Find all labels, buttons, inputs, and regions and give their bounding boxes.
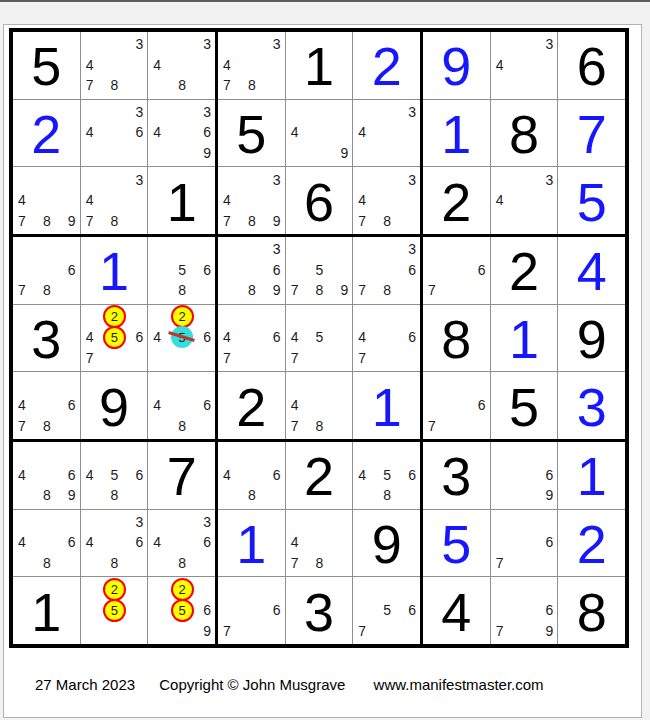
candidate-8: 8 — [248, 282, 256, 298]
candidate-7: 7 — [291, 418, 299, 434]
cell-r8c8[interactable]: 67 — [491, 510, 558, 577]
candidate-4: 4 — [291, 329, 299, 345]
cell-value: 2 — [372, 37, 402, 93]
pencil-marks: 679 — [491, 577, 558, 644]
footer-copyright: Copyright © John Musgrave — [159, 676, 345, 693]
candidate-4: 4 — [291, 534, 299, 550]
candidate-4: 4 — [496, 57, 504, 73]
pencil-marks: 568 — [148, 237, 215, 304]
candidate-8: 8 — [248, 77, 256, 93]
candidate-3: 3 — [546, 36, 554, 52]
cell-r6c1[interactable]: 4678 — [13, 372, 80, 439]
cell-r6c4[interactable]: 2 — [218, 372, 285, 439]
cell-r1c7[interactable]: 9 — [423, 32, 490, 99]
cell-r4c9[interactable]: 4 — [558, 237, 625, 304]
box-4: 6781568324567245646789468 — [13, 237, 215, 439]
cell-r7c2[interactable]: 4568 — [81, 442, 148, 509]
candidate-2: 2 — [103, 578, 126, 601]
pencil-marks: 34 — [353, 100, 420, 167]
candidate-6: 6 — [136, 124, 144, 140]
candidate-7: 7 — [86, 213, 94, 229]
candidate-6: 6 — [136, 534, 144, 550]
cell-value: 1 — [577, 447, 607, 503]
cell-r7c7[interactable]: 3 — [423, 442, 490, 509]
cell-r6c5[interactable]: 478 — [286, 372, 353, 439]
candidate-3: 3 — [203, 514, 211, 530]
pencil-marks: 467 — [218, 305, 285, 372]
pencil-marks: 5789 — [286, 237, 353, 304]
cell-r6c2[interactable]: 9 — [81, 372, 148, 439]
pencil-marks: 69 — [491, 442, 558, 509]
candidate-6: 6 — [478, 397, 486, 413]
candidate-9: 9 — [203, 145, 211, 161]
cell-r6c7[interactable]: 67 — [423, 372, 490, 439]
candidate-4: 4 — [18, 534, 26, 550]
cell-r3c5[interactable]: 6 — [286, 167, 353, 234]
candidate-4: 4 — [358, 192, 366, 208]
pencil-marks: 478 — [286, 372, 353, 439]
cell-r2c7[interactable]: 1 — [423, 100, 490, 167]
candidate-7: 7 — [223, 213, 231, 229]
candidate-5: 5 — [383, 602, 391, 618]
candidate-8: 8 — [43, 418, 51, 434]
candidate-4: 4 — [86, 57, 94, 73]
candidate-7: 7 — [86, 350, 94, 366]
candidate-8: 8 — [178, 282, 186, 298]
candidate-5: 5 — [383, 467, 391, 483]
cell-r8c9[interactable]: 2 — [558, 510, 625, 577]
cell-r8c5[interactable]: 478 — [286, 510, 353, 577]
candidate-5: 5 — [316, 329, 324, 345]
cell-r3c7[interactable]: 2 — [423, 167, 490, 234]
candidate-6: 6 — [273, 602, 281, 618]
cell-r3c9[interactable]: 5 — [558, 167, 625, 234]
cell-r4c8[interactable]: 2 — [491, 237, 558, 304]
candidate-4: 4 — [153, 124, 161, 140]
candidate-4: 4 — [153, 534, 161, 550]
cell-r7c4[interactable]: 468 — [218, 442, 285, 509]
candidate-4: 4 — [223, 329, 231, 345]
cell-value: 1 — [509, 310, 539, 366]
candidate-6: 6 — [273, 467, 281, 483]
cell-r1c5[interactable]: 1 — [286, 32, 353, 99]
candidate-6: 6 — [546, 602, 554, 618]
candidate-7: 7 — [358, 350, 366, 366]
cell-r2c4[interactable]: 5 — [218, 100, 285, 167]
candidate-7: 7 — [18, 418, 26, 434]
candidate-7: 7 — [428, 418, 436, 434]
cell-r9c9[interactable]: 8 — [558, 577, 625, 644]
candidate-9: 9 — [546, 623, 554, 639]
candidate-8: 8 — [111, 213, 119, 229]
pencil-marks: 2456 — [148, 305, 215, 372]
sudoku-board: 5347834823463469478934781347812549343478… — [9, 28, 629, 648]
cell-r9c7[interactable]: 4 — [423, 577, 490, 644]
candidate-4: 4 — [223, 192, 231, 208]
candidate-3: 3 — [136, 36, 144, 52]
cell-r3c2[interactable]: 3478 — [81, 167, 148, 234]
footer-website: www.manifestmaster.com — [374, 676, 544, 693]
pencil-marks: 34789 — [218, 167, 285, 234]
candidate-4: 4 — [358, 329, 366, 345]
candidate-8: 8 — [178, 555, 186, 571]
pencil-marks: 34 — [491, 32, 558, 99]
candidate-6: 6 — [136, 467, 144, 483]
cell-r9c2[interactable]: 25 — [81, 577, 148, 644]
cell-value: 1 — [372, 378, 402, 434]
cell-value: 5 — [441, 515, 471, 571]
candidate-9: 9 — [546, 487, 554, 503]
cell-r5c4[interactable]: 467 — [218, 305, 285, 372]
pencil-marks: 24567 — [81, 305, 148, 372]
candidate-8: 8 — [383, 282, 391, 298]
candidate-8: 8 — [43, 213, 51, 229]
candidate-7: 7 — [358, 213, 366, 229]
cell-r9c5[interactable]: 3 — [286, 577, 353, 644]
cell-value: 1 — [304, 37, 334, 93]
cell-value: 2 — [304, 447, 334, 503]
pencil-marks: 567 — [353, 577, 420, 644]
candidate-7: 7 — [496, 555, 504, 571]
cell-r2c1[interactable]: 2 — [13, 100, 80, 167]
cell-r3c1[interactable]: 4789 — [13, 167, 80, 234]
cell-value: 2 — [509, 242, 539, 298]
candidate-4: 4 — [18, 467, 26, 483]
cell-r5c7[interactable]: 8 — [423, 305, 490, 372]
cell-r3c8[interactable]: 34 — [491, 167, 558, 234]
cell-r4c5[interactable]: 5789 — [286, 237, 353, 304]
candidate-8: 8 — [111, 487, 119, 503]
candidate-6: 6 — [203, 602, 211, 618]
pencil-marks: 4689 — [13, 442, 80, 509]
cell-r2c3[interactable]: 3469 — [148, 100, 215, 167]
cell-value: 4 — [577, 242, 607, 298]
candidate-6: 6 — [408, 467, 416, 483]
pencil-marks: 3678 — [353, 237, 420, 304]
candidate-8: 8 — [316, 418, 324, 434]
pencil-marks: 3689 — [218, 237, 285, 304]
candidate-6: 6 — [273, 329, 281, 345]
pencil-marks: 3468 — [81, 510, 148, 577]
cell-r7c5[interactable]: 2 — [286, 442, 353, 509]
candidate-8: 8 — [178, 77, 186, 93]
candidate-4: 4 — [358, 467, 366, 483]
cell-value: 6 — [304, 173, 334, 229]
candidate-7: 7 — [223, 77, 231, 93]
candidate-6: 6 — [546, 467, 554, 483]
candidate-7: 7 — [291, 350, 299, 366]
cell-r6c3[interactable]: 468 — [148, 372, 215, 439]
cell-value: 1 — [31, 583, 61, 639]
pencil-marks: 678 — [13, 237, 80, 304]
candidate-6: 6 — [68, 534, 76, 550]
pencil-marks: 467 — [353, 305, 420, 372]
cell-value: 1 — [167, 173, 197, 229]
cell-r6c6[interactable]: 1 — [353, 372, 420, 439]
cell-value: 8 — [441, 310, 471, 366]
candidate-4: 4 — [153, 397, 161, 413]
pencil-marks: 67 — [423, 372, 490, 439]
pencil-marks: 348 — [148, 32, 215, 99]
cell-r1c6[interactable]: 2 — [353, 32, 420, 99]
cell-r6c8[interactable]: 5 — [491, 372, 558, 439]
box-8: 4682456814789673567 — [218, 442, 420, 644]
cell-r4c7[interactable]: 67 — [423, 237, 490, 304]
cell-r1c4[interactable]: 3478 — [218, 32, 285, 99]
candidate-8: 8 — [248, 487, 256, 503]
pencil-marks: 3478 — [218, 32, 285, 99]
cell-r8c1[interactable]: 468 — [13, 510, 80, 577]
cell-r9c4[interactable]: 67 — [218, 577, 285, 644]
cell-r1c9[interactable]: 6 — [558, 32, 625, 99]
candidate-8: 8 — [111, 555, 119, 571]
candidate-8: 8 — [316, 282, 324, 298]
pencil-marks: 3478 — [353, 167, 420, 234]
cell-r1c2[interactable]: 3478 — [81, 32, 148, 99]
pencil-marks: 3469 — [148, 100, 215, 167]
cell-r8c4[interactable]: 1 — [218, 510, 285, 577]
candidate-6: 6 — [203, 124, 211, 140]
cell-value: 2 — [236, 378, 266, 434]
candidate-3: 3 — [408, 172, 416, 188]
candidate-2: 2 — [171, 578, 194, 601]
pencil-marks: 4789 — [13, 167, 80, 234]
cell-value: 2 — [31, 105, 61, 161]
candidate-5: 5 — [178, 262, 186, 278]
candidate-3: 3 — [273, 241, 281, 257]
cell-value: 1 — [441, 105, 471, 161]
candidate-6: 6 — [408, 329, 416, 345]
box-3: 93461872345 — [423, 32, 625, 234]
candidate-4: 4 — [86, 534, 94, 550]
cell-value: 9 — [577, 310, 607, 366]
candidate-9: 9 — [341, 145, 349, 161]
candidate-9: 9 — [341, 282, 349, 298]
cell-r4c4[interactable]: 3689 — [218, 237, 285, 304]
cell-r1c3[interactable]: 348 — [148, 32, 215, 99]
cell-value: 7 — [577, 105, 607, 161]
cell-r5c9[interactable]: 9 — [558, 305, 625, 372]
candidate-7: 7 — [291, 282, 299, 298]
cell-value: 3 — [441, 447, 471, 503]
cell-value: 5 — [236, 105, 266, 161]
candidate-6: 6 — [68, 262, 76, 278]
cell-value: 9 — [372, 515, 402, 571]
cell-value: 6 — [577, 37, 607, 93]
cell-r8c6[interactable]: 9 — [353, 510, 420, 577]
candidate-4: 4 — [18, 397, 26, 413]
pencil-marks: 468 — [13, 510, 80, 577]
cell-r8c3[interactable]: 3468 — [148, 510, 215, 577]
cell-r8c2[interactable]: 3468 — [81, 510, 148, 577]
candidate-3: 3 — [273, 36, 281, 52]
candidate-6: 6 — [203, 534, 211, 550]
cell-r7c6[interactable]: 4568 — [353, 442, 420, 509]
candidate-7: 7 — [358, 623, 366, 639]
cell-r4c3[interactable]: 568 — [148, 237, 215, 304]
cell-r2c8[interactable]: 8 — [491, 100, 558, 167]
candidate-6: 6 — [68, 397, 76, 413]
candidate-4: 4 — [496, 192, 504, 208]
pencil-marks: 468 — [148, 372, 215, 439]
pencil-marks: 3468 — [148, 510, 215, 577]
pencil-marks: 34 — [491, 167, 558, 234]
cell-r5c1[interactable]: 3 — [13, 305, 80, 372]
candidate-8: 8 — [178, 418, 186, 434]
candidate-8: 8 — [383, 487, 391, 503]
candidate-4: 4 — [153, 329, 161, 345]
candidate-6: 6 — [408, 262, 416, 278]
cell-r2c2[interactable]: 346 — [81, 100, 148, 167]
candidate-7: 7 — [18, 213, 26, 229]
cell-r1c1[interactable]: 5 — [13, 32, 80, 99]
candidate-3: 3 — [136, 104, 144, 120]
candidate-7: 7 — [18, 282, 26, 298]
cell-value: 9 — [441, 37, 471, 93]
candidate-2: 2 — [171, 305, 194, 328]
cell-value: 5 — [577, 173, 607, 229]
cell-r2c5[interactable]: 49 — [286, 100, 353, 167]
footer: 27 March 2023 Copyright © John Musgrave … — [35, 676, 544, 693]
candidate-9: 9 — [68, 213, 76, 229]
cell-r7c8[interactable]: 69 — [491, 442, 558, 509]
box-5: 36895789367846745746724781 — [218, 237, 420, 439]
candidate-7: 7 — [86, 77, 94, 93]
box-1: 5347834823463469478934781 — [13, 32, 215, 234]
cell-r8c7[interactable]: 5 — [423, 510, 490, 577]
pencil-marks: 468 — [218, 442, 285, 509]
candidate-4: 4 — [86, 192, 94, 208]
candidate-8: 8 — [43, 487, 51, 503]
cell-r9c8[interactable]: 679 — [491, 577, 558, 644]
pencil-marks: 67 — [423, 237, 490, 304]
candidate-8: 8 — [43, 282, 51, 298]
candidate-7: 7 — [223, 623, 231, 639]
box-6: 67248196753 — [423, 237, 625, 439]
cell-value: 9 — [99, 378, 129, 434]
pencil-marks: 2569 — [148, 577, 215, 644]
candidate-4: 4 — [291, 397, 299, 413]
cell-r4c6[interactable]: 3678 — [353, 237, 420, 304]
browser-chrome-strip — [0, 0, 650, 2]
pencil-marks: 25 — [81, 577, 148, 644]
candidate-7: 7 — [223, 350, 231, 366]
candidate-5: 5 — [103, 599, 126, 622]
candidate-4: 4 — [86, 467, 94, 483]
candidate-4: 4 — [223, 467, 231, 483]
pencil-marks: 346 — [81, 100, 148, 167]
cell-r5c2[interactable]: 24567 — [81, 305, 148, 372]
box-2: 347812549343478963478 — [218, 32, 420, 234]
candidate-8: 8 — [316, 555, 324, 571]
candidate-3: 3 — [203, 104, 211, 120]
pencil-marks: 4678 — [13, 372, 80, 439]
cell-value: 8 — [577, 583, 607, 639]
cell-r3c3[interactable]: 1 — [148, 167, 215, 234]
cell-value: 2 — [441, 173, 471, 229]
cell-value: 1 — [99, 242, 129, 298]
candidate-5: 5 — [103, 326, 126, 349]
pencil-marks: 4568 — [353, 442, 420, 509]
cell-r9c1[interactable]: 1 — [13, 577, 80, 644]
candidate-8: 8 — [248, 213, 256, 229]
cell-r1c8[interactable]: 34 — [491, 32, 558, 99]
cell-r5c8[interactable]: 1 — [491, 305, 558, 372]
cell-r2c9[interactable]: 7 — [558, 100, 625, 167]
candidate-9: 9 — [203, 623, 211, 639]
cell-r3c4[interactable]: 34789 — [218, 167, 285, 234]
candidate-6: 6 — [203, 397, 211, 413]
candidate-7: 7 — [496, 623, 504, 639]
candidate-8: 8 — [43, 555, 51, 571]
cell-r5c5[interactable]: 457 — [286, 305, 353, 372]
candidate-6: 6 — [478, 262, 486, 278]
cell-value: 5 — [509, 378, 539, 434]
candidate-4: 4 — [86, 124, 94, 140]
cell-value: 4 — [441, 583, 471, 639]
candidate-3: 3 — [136, 172, 144, 188]
pencil-marks: 49 — [286, 100, 353, 167]
cell-value: 8 — [509, 105, 539, 161]
candidate-3: 3 — [546, 172, 554, 188]
cell-r9c6[interactable]: 567 — [353, 577, 420, 644]
candidate-7: 7 — [358, 282, 366, 298]
candidate-5: 5 — [171, 599, 194, 622]
cell-r4c1[interactable]: 678 — [13, 237, 80, 304]
pencil-marks: 67 — [491, 510, 558, 577]
cell-r4c2[interactable]: 1 — [81, 237, 148, 304]
candidate-6: 6 — [273, 262, 281, 278]
cell-r7c3[interactable]: 7 — [148, 442, 215, 509]
cell-r7c9[interactable]: 1 — [558, 442, 625, 509]
candidate-6: 6 — [203, 262, 211, 278]
cell-value: 3 — [304, 583, 334, 639]
cell-r3c6[interactable]: 3478 — [353, 167, 420, 234]
cell-r2c6[interactable]: 34 — [353, 100, 420, 167]
candidate-6: 6 — [546, 534, 554, 550]
cell-r5c6[interactable]: 467 — [353, 305, 420, 372]
box-7: 468945687468346834681252569 — [13, 442, 215, 644]
footer-date: 27 March 2023 — [35, 676, 135, 693]
cell-value: 3 — [577, 378, 607, 434]
pencil-marks: 3478 — [81, 32, 148, 99]
candidate-9: 9 — [68, 487, 76, 503]
pencil-marks: 457 — [286, 305, 353, 372]
candidate-9: 9 — [273, 282, 281, 298]
candidate-7: 7 — [291, 555, 299, 571]
candidate-4: 4 — [358, 124, 366, 140]
pencil-marks: 67 — [218, 577, 285, 644]
pencil-marks: 4568 — [81, 442, 148, 509]
candidate-6: 6 — [68, 467, 76, 483]
cell-r7c1[interactable]: 4689 — [13, 442, 80, 509]
cell-value: 1 — [236, 515, 266, 571]
candidate-4: 4 — [86, 329, 94, 345]
cell-r9c3[interactable]: 2569 — [148, 577, 215, 644]
cell-r6c9[interactable]: 3 — [558, 372, 625, 439]
candidate-6: 6 — [203, 329, 211, 345]
candidate-6: 6 — [136, 329, 144, 345]
candidate-9: 9 — [273, 213, 281, 229]
cell-value: 5 — [31, 37, 61, 93]
candidate-3: 3 — [273, 172, 281, 188]
pencil-marks: 3478 — [81, 167, 148, 234]
candidate-5: 5 — [316, 262, 324, 278]
cell-r5c3[interactable]: 2456 — [148, 305, 215, 372]
candidate-4: 4 — [153, 57, 161, 73]
candidate-4: 4 — [18, 192, 26, 208]
cell-value: 7 — [167, 447, 197, 503]
